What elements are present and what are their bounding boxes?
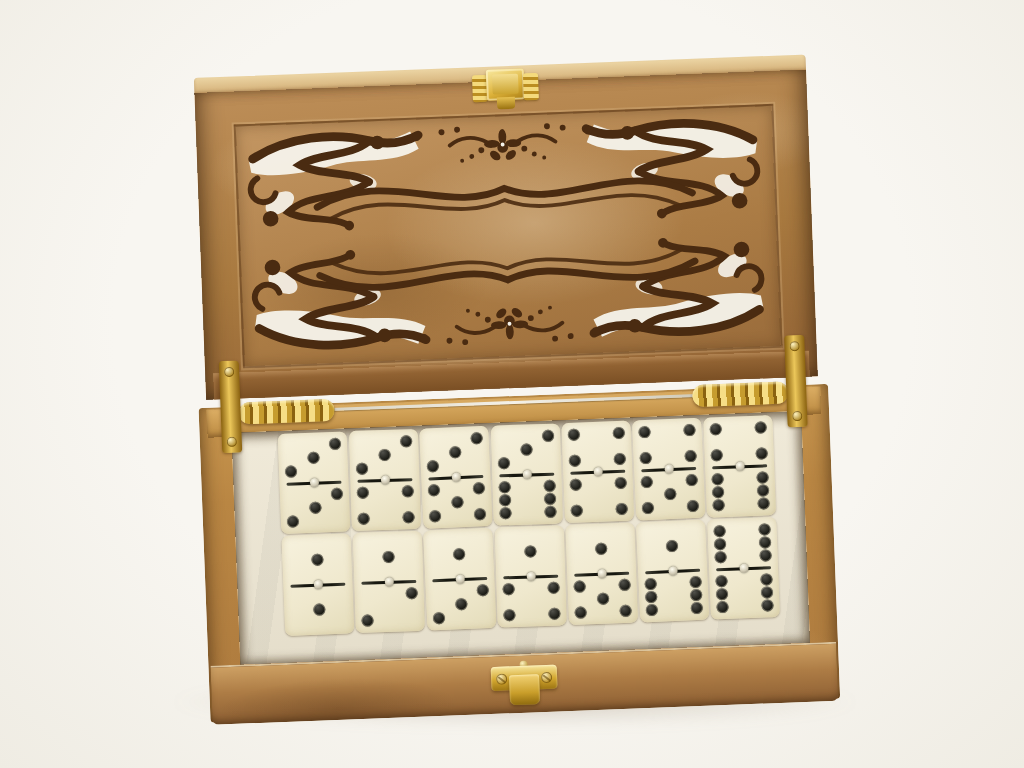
pip	[330, 487, 342, 499]
pip	[685, 474, 698, 487]
pip	[401, 485, 413, 497]
screw-icon	[224, 367, 234, 377]
pip	[757, 497, 769, 509]
tile-top-half	[632, 420, 703, 470]
pip	[543, 479, 555, 491]
screw-icon	[792, 411, 802, 421]
pip	[716, 575, 728, 587]
pip	[520, 444, 532, 456]
pip	[711, 449, 723, 461]
pip	[717, 601, 729, 613]
pip	[714, 525, 726, 537]
screw-icon	[789, 341, 799, 351]
latch-right-wing	[523, 73, 539, 101]
pip	[499, 494, 511, 506]
tile-bottom-half	[634, 469, 705, 519]
domino-tile[interactable]	[349, 429, 421, 531]
photo-scene	[0, 0, 1024, 768]
pip	[754, 422, 766, 434]
clasp-tab	[509, 674, 540, 705]
pip	[619, 604, 631, 616]
pip	[309, 501, 321, 513]
front-clasp	[490, 660, 558, 710]
box-lid	[194, 55, 818, 400]
pip	[759, 549, 771, 561]
pip	[307, 452, 319, 464]
pip	[716, 588, 728, 600]
pip	[357, 486, 369, 498]
pip	[665, 540, 678, 553]
pip	[710, 423, 722, 435]
tile-bottom-half	[709, 568, 780, 617]
domino-tile[interactable]	[423, 528, 496, 631]
pip	[569, 455, 581, 467]
tile-bottom-half	[354, 582, 424, 631]
pip	[756, 471, 768, 483]
pip	[639, 426, 652, 439]
pip	[543, 492, 555, 504]
pip	[642, 502, 655, 515]
pip	[476, 584, 489, 597]
tile-top-half	[282, 535, 353, 584]
pip	[356, 463, 368, 475]
domino-tile[interactable]	[278, 431, 351, 534]
pip	[382, 551, 394, 563]
domino-tile[interactable]	[703, 415, 776, 518]
pip	[362, 614, 374, 626]
pip	[640, 452, 653, 465]
tile-top-half	[495, 527, 565, 576]
tile-top-half	[561, 423, 632, 472]
tile-bottom-half	[421, 477, 492, 527]
pip	[451, 496, 464, 509]
pip	[287, 515, 299, 527]
pip	[755, 448, 767, 460]
domino-tile[interactable]	[491, 423, 563, 525]
latch-tab	[497, 97, 515, 110]
pip	[500, 507, 512, 519]
left-hinge-knuckle	[238, 399, 335, 425]
pip	[427, 460, 440, 473]
right-hinge-knuckle	[692, 381, 789, 407]
pip	[455, 598, 468, 611]
box-base	[199, 384, 841, 723]
pip	[504, 609, 516, 621]
pip	[433, 612, 446, 625]
latch-plate	[486, 68, 525, 100]
tile-top-half	[707, 519, 778, 568]
tile-bottom-half	[283, 585, 354, 634]
pip	[449, 446, 462, 459]
tile-bottom-half	[280, 483, 351, 532]
domino-row-bottom	[281, 517, 779, 636]
pip	[664, 488, 677, 501]
screw-icon	[227, 437, 237, 447]
pip	[470, 432, 483, 445]
pip	[613, 453, 625, 465]
domino-tile[interactable]	[281, 533, 354, 636]
tile-top-half	[636, 522, 707, 572]
pip	[328, 438, 340, 450]
pip	[544, 505, 556, 517]
tile-bottom-half	[567, 574, 638, 623]
tile-bottom-half	[492, 475, 562, 524]
tile-bottom-half	[638, 571, 709, 621]
fretwork-carving	[238, 108, 775, 360]
pip	[758, 523, 770, 535]
pip	[313, 603, 325, 615]
pip	[760, 586, 772, 598]
pip	[760, 573, 772, 585]
tile-top-half	[353, 533, 423, 582]
pip	[714, 538, 726, 550]
pip	[472, 482, 485, 495]
pip	[756, 484, 768, 496]
domino-grid	[278, 415, 780, 636]
pip	[547, 581, 559, 593]
pip	[548, 607, 560, 619]
domino-tile[interactable]	[353, 531, 425, 633]
tile-top-half	[703, 417, 774, 466]
pip	[641, 476, 654, 489]
domino-tile[interactable]	[632, 418, 705, 521]
pip	[575, 606, 587, 618]
left-hinge	[219, 361, 243, 454]
pip	[473, 508, 486, 521]
domino-tile[interactable]	[636, 520, 709, 623]
pip	[614, 476, 626, 488]
tile-top-half	[349, 431, 419, 480]
lid-inner-panel	[234, 104, 783, 369]
pip	[713, 499, 725, 511]
pip	[758, 536, 770, 548]
pip	[645, 577, 658, 590]
tile-bottom-half	[563, 472, 634, 521]
pip	[542, 430, 554, 442]
pip	[285, 466, 297, 478]
domino-tile[interactable]	[561, 421, 634, 524]
tile-bottom-half	[496, 577, 566, 626]
pip	[570, 478, 582, 490]
pip	[645, 590, 658, 603]
pip	[689, 575, 702, 588]
pip	[646, 603, 659, 616]
domino-box	[186, 54, 840, 723]
pip	[400, 435, 412, 447]
pip	[499, 481, 511, 493]
pip	[690, 588, 703, 601]
pip	[311, 554, 323, 566]
pip	[405, 587, 417, 599]
pip	[596, 592, 608, 604]
pip	[568, 429, 580, 441]
tile-top-half	[565, 524, 636, 573]
pip	[690, 601, 703, 614]
pip	[402, 511, 414, 523]
domino-row-top	[278, 415, 776, 534]
pip	[761, 599, 773, 611]
pip	[595, 543, 607, 555]
tile-bottom-half	[425, 579, 496, 629]
pip	[612, 427, 624, 439]
domino-tile[interactable]	[495, 525, 567, 627]
pip	[498, 457, 510, 469]
pip	[524, 546, 536, 558]
tile-top-half	[278, 433, 349, 482]
pip	[571, 504, 583, 516]
domino-tile[interactable]	[707, 517, 780, 620]
pip	[358, 512, 370, 524]
domino-tile[interactable]	[565, 522, 638, 625]
pip	[503, 583, 515, 595]
tile-top-half	[423, 530, 494, 580]
pip	[715, 551, 727, 563]
domino-tray	[231, 411, 809, 665]
lid-latch	[472, 67, 540, 112]
pip	[615, 502, 627, 514]
pip	[686, 500, 699, 513]
tile-bottom-half	[350, 480, 420, 529]
pip	[429, 510, 442, 523]
pip	[452, 548, 465, 561]
tile-top-half	[419, 428, 490, 478]
pip	[683, 424, 696, 437]
pip	[712, 486, 724, 498]
tile-bottom-half	[705, 467, 776, 516]
pip	[574, 580, 586, 592]
pip	[712, 473, 724, 485]
domino-tile[interactable]	[419, 426, 492, 529]
right-hinge	[784, 335, 808, 428]
tile-top-half	[491, 425, 561, 474]
pip	[378, 449, 390, 461]
pip	[618, 578, 630, 590]
pip	[428, 484, 441, 497]
pip	[684, 450, 697, 463]
